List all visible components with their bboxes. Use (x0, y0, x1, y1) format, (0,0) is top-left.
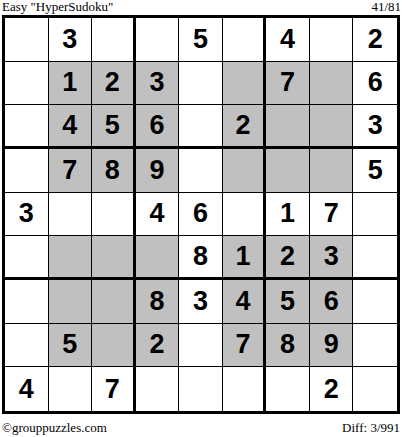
cell-r6c1[interactable] (5, 236, 49, 280)
cell-r5c1[interactable]: 3 (5, 193, 49, 237)
cell-r6c2[interactable] (49, 236, 93, 280)
cell-r1c7[interactable]: 4 (266, 18, 310, 62)
cell-r2c6[interactable] (223, 62, 267, 106)
cell-r5c8[interactable]: 7 (310, 193, 354, 237)
cell-r6c7[interactable]: 2 (266, 236, 310, 280)
cell-r8c9[interactable] (353, 324, 397, 368)
cell-r8c1[interactable] (5, 324, 49, 368)
cell-r1c2[interactable]: 3 (49, 18, 93, 62)
cell-r6c8[interactable]: 3 (310, 236, 354, 280)
cell-r7c5[interactable]: 3 (179, 280, 223, 324)
cell-r9c8[interactable]: 2 (310, 367, 354, 411)
cell-r7c1[interactable] (5, 280, 49, 324)
puzzle-footer: ©grouppuzzles.com Diff: 3/991 (0, 420, 402, 435)
puzzle-title: Easy "HyperSudoku" (2, 0, 113, 14)
cell-r4c5[interactable] (179, 149, 223, 193)
cell-r8c5[interactable] (179, 324, 223, 368)
clue-counter: 41/81 (371, 0, 401, 14)
cell-r1c1[interactable] (5, 18, 49, 62)
cell-r7c7[interactable]: 5 (266, 280, 310, 324)
cell-r8c3[interactable] (92, 324, 136, 368)
cell-r2c5[interactable] (179, 62, 223, 106)
cell-r2c1[interactable] (5, 62, 49, 106)
cell-r3c6[interactable]: 2 (223, 105, 267, 149)
cell-r9c4[interactable] (136, 367, 180, 411)
cell-r3c7[interactable] (266, 105, 310, 149)
cell-r2c3[interactable]: 2 (92, 62, 136, 106)
cell-r3c2[interactable]: 4 (49, 105, 93, 149)
cell-r8c2[interactable]: 5 (49, 324, 93, 368)
cell-r5c2[interactable] (49, 193, 93, 237)
cell-r5c9[interactable] (353, 193, 397, 237)
cell-r5c4[interactable]: 4 (136, 193, 180, 237)
cell-r9c9[interactable] (353, 367, 397, 411)
cell-r9c1[interactable]: 4 (5, 367, 49, 411)
cell-r7c8[interactable]: 6 (310, 280, 354, 324)
cell-r4c3[interactable]: 8 (92, 149, 136, 193)
cell-r8c4[interactable]: 2 (136, 324, 180, 368)
cell-r3c4[interactable]: 6 (136, 105, 180, 149)
cell-r2c4[interactable]: 3 (136, 62, 180, 106)
cell-r5c5[interactable]: 6 (179, 193, 223, 237)
cell-r5c6[interactable] (223, 193, 267, 237)
cell-r2c8[interactable] (310, 62, 354, 106)
cell-r6c5[interactable]: 8 (179, 236, 223, 280)
cell-r4c2[interactable]: 7 (49, 149, 93, 193)
cell-r4c6[interactable] (223, 149, 267, 193)
cell-r2c7[interactable]: 7 (266, 62, 310, 106)
puzzle-header: Easy "HyperSudoku" 41/81 (0, 0, 402, 15)
cell-r6c9[interactable] (353, 236, 397, 280)
cell-r3c1[interactable] (5, 105, 49, 149)
cell-r7c3[interactable] (92, 280, 136, 324)
cell-r6c4[interactable] (136, 236, 180, 280)
cell-r6c6[interactable]: 1 (223, 236, 267, 280)
cell-r1c8[interactable] (310, 18, 354, 62)
cell-r5c3[interactable] (92, 193, 136, 237)
cell-r1c4[interactable] (136, 18, 180, 62)
cell-r4c4[interactable]: 9 (136, 149, 180, 193)
cell-r8c7[interactable]: 8 (266, 324, 310, 368)
cell-r9c7[interactable] (266, 367, 310, 411)
cell-r2c2[interactable]: 1 (49, 62, 93, 106)
cell-r7c9[interactable] (353, 280, 397, 324)
cell-r7c4[interactable]: 8 (136, 280, 180, 324)
cell-r4c9[interactable]: 5 (353, 149, 397, 193)
sudoku-board: 3542123764562378953461781238345652789472 (2, 15, 400, 414)
cell-r3c9[interactable]: 3 (353, 105, 397, 149)
cell-r1c9[interactable]: 2 (353, 18, 397, 62)
cell-r6c3[interactable] (92, 236, 136, 280)
cell-r3c3[interactable]: 5 (92, 105, 136, 149)
puzzle-page: Easy "HyperSudoku" 41/81 354212376456237… (0, 0, 402, 437)
cell-r5c7[interactable]: 1 (266, 193, 310, 237)
cell-r2c9[interactable]: 6 (353, 62, 397, 106)
cell-r3c5[interactable] (179, 105, 223, 149)
cell-r1c5[interactable]: 5 (179, 18, 223, 62)
cell-r1c3[interactable] (92, 18, 136, 62)
cell-r8c8[interactable]: 9 (310, 324, 354, 368)
cell-r9c5[interactable] (179, 367, 223, 411)
cell-r7c6[interactable]: 4 (223, 280, 267, 324)
cell-r7c2[interactable] (49, 280, 93, 324)
cell-r3c8[interactable] (310, 105, 354, 149)
cell-r8c6[interactable]: 7 (223, 324, 267, 368)
cell-r9c6[interactable] (223, 367, 267, 411)
copyright-text: ©grouppuzzles.com (2, 420, 107, 435)
cell-r4c1[interactable] (5, 149, 49, 193)
cell-r9c2[interactable] (49, 367, 93, 411)
cell-r4c8[interactable] (310, 149, 354, 193)
cell-r1c6[interactable] (223, 18, 267, 62)
difficulty-text: Diff: 3/991 (342, 420, 400, 435)
cell-r4c7[interactable] (266, 149, 310, 193)
cell-r9c3[interactable]: 7 (92, 367, 136, 411)
